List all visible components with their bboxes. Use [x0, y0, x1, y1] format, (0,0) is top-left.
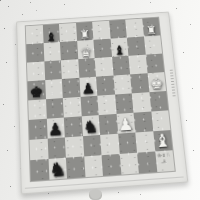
piece-white-rook-h8[interactable]: ♜	[145, 24, 157, 36]
square-g8[interactable]	[125, 19, 143, 38]
square-b6[interactable]	[44, 60, 62, 80]
square-d1[interactable]	[84, 155, 103, 177]
piece-black-pawn-d5[interactable]: ♟	[81, 82, 95, 97]
photo-canvas: ♝♜♜♛♝♚♟♚♟♞♟♝♞ ♔♗♘♙	[0, 0, 200, 200]
square-b7[interactable]	[43, 42, 61, 61]
square-c3[interactable]	[64, 116, 83, 137]
square-b1[interactable]: ♞	[48, 158, 67, 180]
square-f5[interactable]	[113, 74, 132, 94]
square-f8[interactable]	[109, 20, 127, 39]
square-e4[interactable]	[97, 95, 116, 116]
piece-white-bishop-h2[interactable]: ♝	[154, 133, 172, 152]
square-g4[interactable]	[132, 92, 151, 113]
square-a7[interactable]	[26, 43, 44, 62]
square-b2[interactable]	[47, 137, 66, 159]
square-e2[interactable]	[100, 134, 119, 155]
square-c7[interactable]	[60, 41, 78, 60]
piece-white-rook-d8[interactable]: ♜	[79, 29, 90, 41]
square-f4[interactable]	[115, 93, 134, 114]
square-e1[interactable]	[102, 154, 121, 176]
square-h7[interactable]	[143, 35, 162, 54]
square-f7[interactable]: ♝	[110, 38, 128, 57]
square-e3[interactable]	[99, 114, 118, 135]
piece-black-knight-d3[interactable]: ♞	[83, 118, 99, 136]
square-b5[interactable]	[45, 79, 63, 99]
square-h5[interactable]: ♚	[147, 72, 166, 92]
dust-speckles	[0, 0, 1, 1]
square-d6[interactable]	[78, 58, 96, 78]
piece-black-pawn-b3[interactable]: ♟	[48, 121, 64, 139]
square-h6[interactable]	[145, 54, 164, 74]
square-e6[interactable]	[95, 57, 113, 77]
square-d4[interactable]	[80, 96, 99, 117]
square-b3[interactable]: ♟	[46, 118, 65, 139]
square-e5[interactable]	[96, 76, 115, 96]
border-fine-print	[170, 70, 176, 99]
piece-black-knight-b1[interactable]: ♞	[49, 159, 67, 179]
piece-black-king-a5[interactable]: ♚	[30, 85, 44, 100]
square-a4[interactable]	[28, 99, 46, 120]
chessboard: ♝♜♜♛♝♚♟♚♟♞♟♝♞ ♔♗♘♙	[16, 12, 188, 195]
square-g5[interactable]	[130, 73, 149, 93]
square-d5[interactable]: ♟	[79, 77, 97, 97]
square-h8[interactable]: ♜	[142, 18, 160, 37]
board-grid: ♝♜♜♛♝♚♟♚♟♞♟♝♞	[26, 18, 175, 181]
square-e8[interactable]	[92, 21, 110, 40]
square-e7[interactable]	[93, 39, 111, 58]
square-c5[interactable]	[62, 78, 80, 98]
piece-white-pawn-f3[interactable]: ♟	[118, 116, 134, 134]
square-d2[interactable]	[82, 135, 101, 156]
square-c1[interactable]	[66, 156, 85, 178]
square-h3[interactable]	[151, 110, 170, 131]
piece-white-king-h5[interactable]: ♚	[150, 77, 165, 92]
square-b4[interactable]	[46, 98, 64, 119]
square-d3[interactable]: ♞	[81, 115, 100, 136]
square-a2[interactable]	[30, 139, 49, 161]
square-a6[interactable]	[27, 61, 45, 81]
square-g7[interactable]	[127, 36, 145, 55]
square-a1[interactable]	[30, 159, 49, 181]
square-f6[interactable]	[112, 56, 131, 76]
square-a5[interactable]: ♚	[28, 80, 46, 100]
board-maker-crown-logo-icon: ♔♗♘♙	[156, 151, 172, 169]
square-c6[interactable]	[61, 59, 79, 79]
piece-black-bishop-f7[interactable]: ♝	[113, 44, 126, 57]
square-h2[interactable]: ♝	[153, 130, 173, 151]
piece-black-bishop-b8[interactable]: ♝	[46, 31, 57, 43]
square-g2[interactable]	[135, 131, 155, 152]
square-d7[interactable]: ♛	[77, 40, 95, 59]
piece-white-queen-d7[interactable]: ♛	[80, 46, 92, 59]
square-a8[interactable]	[26, 25, 43, 44]
square-a3[interactable]	[29, 119, 47, 140]
square-f1[interactable]	[119, 153, 139, 175]
square-c8[interactable]	[59, 23, 77, 42]
square-c4[interactable]	[63, 97, 81, 118]
square-g1[interactable]	[137, 151, 157, 173]
square-f2[interactable]	[118, 133, 137, 154]
square-c2[interactable]	[65, 136, 84, 158]
off-board-object	[89, 189, 102, 200]
square-g3[interactable]	[133, 112, 152, 133]
square-b8[interactable]: ♝	[42, 24, 60, 43]
square-d8[interactable]: ♜	[76, 22, 94, 41]
square-h4[interactable]	[149, 91, 168, 112]
square-g6[interactable]	[128, 55, 147, 75]
square-f3[interactable]: ♟	[116, 113, 135, 134]
